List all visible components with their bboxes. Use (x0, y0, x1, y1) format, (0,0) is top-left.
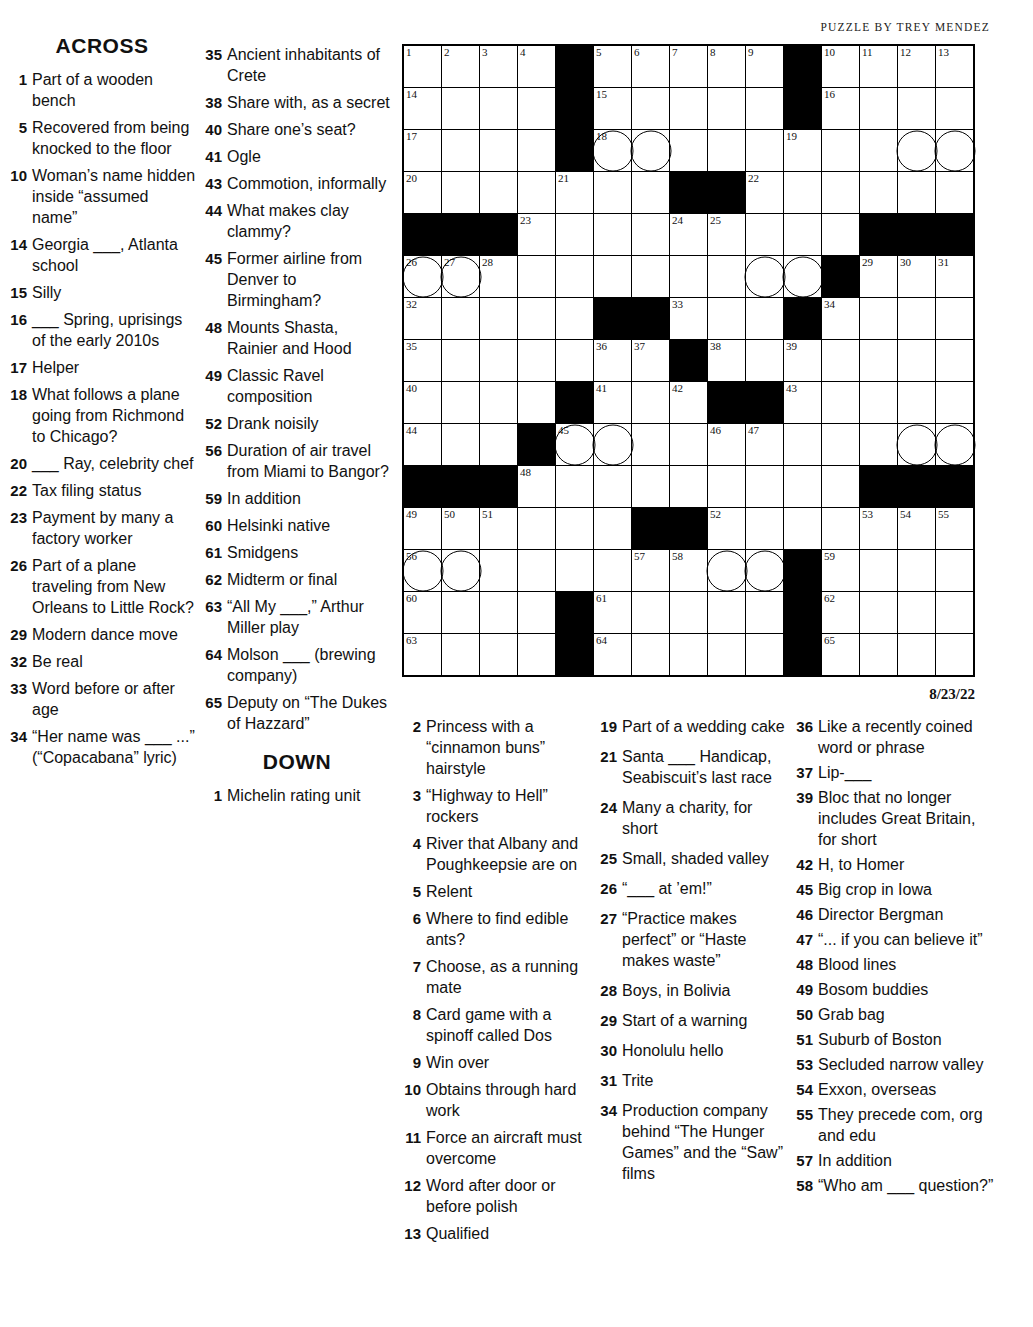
clue-text: Classic Ravel composition (227, 365, 391, 407)
grid-cell[interactable]: 62 (822, 592, 859, 633)
clue-number: 41 (203, 146, 227, 167)
cell-number: 12 (900, 46, 911, 59)
clue-text: Ancient inhabitants of Crete (227, 44, 391, 86)
grid-cell[interactable] (632, 256, 669, 297)
clue-number: 45 (794, 879, 818, 900)
circled-cell[interactable]: 18 (594, 130, 631, 171)
circled-cell[interactable] (708, 550, 745, 591)
grid-cell[interactable] (860, 172, 897, 213)
clue-number: 22 (8, 480, 32, 501)
grid-cell[interactable] (822, 340, 859, 381)
grid-cell[interactable] (556, 550, 593, 591)
cell-number: 54 (900, 508, 911, 521)
grid-cell[interactable] (518, 172, 555, 213)
clue-item: 60Helsinki native (203, 515, 391, 536)
grid-cell[interactable] (822, 508, 859, 549)
grid-cell[interactable] (784, 508, 821, 549)
clue-number: 54 (794, 1079, 818, 1100)
grid-cell[interactable]: 11 (860, 46, 897, 87)
grid-cell[interactable]: 30 (898, 256, 935, 297)
circled-cell[interactable] (746, 550, 783, 591)
grid-cell[interactable] (556, 256, 593, 297)
black-square (784, 634, 821, 675)
grid-cell[interactable] (746, 130, 783, 171)
grid-cell[interactable]: 15 (594, 88, 631, 129)
cell-number: 23 (520, 214, 531, 227)
grid-cell[interactable]: 7 (670, 46, 707, 87)
grid-cell[interactable] (898, 340, 935, 381)
grid-cell[interactable]: 6 (632, 46, 669, 87)
down-clues-col3: 19Part of a wedding cake21Santa ___ Hand… (598, 716, 792, 1184)
clue-number: 30 (598, 1040, 622, 1061)
grid-cell[interactable] (936, 550, 973, 591)
black-square (822, 256, 859, 297)
grid-cell[interactable] (898, 298, 935, 339)
black-square (442, 466, 479, 507)
cell-number: 17 (406, 130, 417, 143)
grid-cell[interactable] (480, 382, 517, 423)
clue-text: Grab bag (818, 1004, 994, 1025)
cell-number: 51 (482, 508, 493, 521)
grid-cell[interactable]: 58 (670, 550, 707, 591)
grid-cell[interactable] (442, 424, 479, 465)
grid-cell[interactable] (670, 88, 707, 129)
grid-cell[interactable]: 38 (708, 340, 745, 381)
grid-cell[interactable]: 21 (556, 172, 593, 213)
grid-cell[interactable] (822, 424, 859, 465)
clue-item: 4River that Albany and Poughkeepsie are … (402, 833, 594, 875)
clue-number: 53 (794, 1054, 818, 1075)
clue-text: Deputy on “The Dukes of Hazzard” (227, 692, 391, 734)
grid-cell[interactable] (594, 550, 631, 591)
clue-item: 56Duration of air travel from Miami to B… (203, 440, 391, 482)
grid-cell[interactable] (936, 382, 973, 423)
grid-cell[interactable]: 20 (404, 172, 441, 213)
grid-cell[interactable]: 17 (404, 130, 441, 171)
grid-cell[interactable] (556, 508, 593, 549)
grid-cell[interactable] (746, 88, 783, 129)
grid-cell[interactable] (556, 214, 593, 255)
grid-cell[interactable] (936, 298, 973, 339)
clue-item: 1Part of a wooden bench (8, 69, 196, 111)
cell-number: 44 (406, 424, 417, 437)
clue-text: Be real (32, 651, 196, 672)
clue-item: 51Suburb of Boston (794, 1029, 994, 1050)
grid-cell[interactable]: 41 (594, 382, 631, 423)
grid-cell[interactable] (784, 424, 821, 465)
clue-text: Former airline from Denver to Birmingham… (227, 248, 391, 311)
grid-cell[interactable] (480, 634, 517, 675)
cell-number: 20 (406, 172, 417, 185)
grid-cell[interactable] (480, 424, 517, 465)
grid-cell[interactable] (442, 382, 479, 423)
grid-cell[interactable] (670, 130, 707, 171)
grid-cell[interactable]: 9 (746, 46, 783, 87)
grid-cell[interactable] (632, 634, 669, 675)
grid-cell[interactable]: 64 (594, 634, 631, 675)
grid-cell[interactable]: 34 (822, 298, 859, 339)
circled-cell[interactable] (632, 130, 669, 171)
clue-item: 15Silly (8, 282, 196, 303)
down-clues-col2: 2Princess with a “cinnamon buns” hairsty… (402, 716, 594, 1244)
grid-cell[interactable] (442, 172, 479, 213)
clue-number: 40 (203, 119, 227, 140)
grid-cell[interactable]: 53 (860, 508, 897, 549)
grid-cell[interactable] (746, 214, 783, 255)
clue-number: 58 (794, 1175, 818, 1196)
cell-number: 57 (634, 550, 645, 563)
clue-number: 61 (203, 542, 227, 563)
clue-number: 52 (203, 413, 227, 434)
grid-cell[interactable] (708, 88, 745, 129)
grid-cell[interactable]: 8 (708, 46, 745, 87)
clue-item: 18What follows a plane going from Richmo… (8, 384, 196, 447)
clue-item: 30Honolulu hello (598, 1040, 792, 1061)
grid-cell[interactable] (594, 256, 631, 297)
clue-item: 52Drank noisily (203, 413, 391, 434)
grid-cell[interactable] (480, 298, 517, 339)
grid-cell[interactable] (670, 256, 707, 297)
grid-cell[interactable]: 63 (404, 634, 441, 675)
grid-cell[interactable]: 2 (442, 46, 479, 87)
grid-cell[interactable] (708, 298, 745, 339)
grid-cell[interactable]: 49 (404, 508, 441, 549)
grid-cell[interactable] (632, 466, 669, 507)
grid-cell[interactable]: 35 (404, 340, 441, 381)
grid-cell[interactable]: 19 (784, 130, 821, 171)
grid-cell[interactable] (442, 634, 479, 675)
grid-cell[interactable] (784, 466, 821, 507)
grid-cell[interactable]: 16 (822, 88, 859, 129)
cell-number: 11 (862, 46, 873, 59)
clue-item: 31Trite (598, 1070, 792, 1091)
grid-cell[interactable] (936, 340, 973, 381)
grid-cell[interactable] (518, 592, 555, 633)
circled-cell[interactable] (442, 550, 479, 591)
grid-cell[interactable]: 25 (708, 214, 745, 255)
clue-item: 44What makes clay clammy? (203, 200, 391, 242)
grid-cell[interactable]: 23 (518, 214, 555, 255)
clue-number: 48 (794, 954, 818, 975)
clue-item: 17Helper (8, 357, 196, 378)
grid-cell[interactable] (860, 88, 897, 129)
clue-text: “Her name was ___ ...” (“Copacabana” lyr… (32, 726, 196, 768)
black-square (708, 382, 745, 423)
grid-cell[interactable] (898, 592, 935, 633)
grid-cell[interactable] (442, 340, 479, 381)
clue-number: 35 (203, 44, 227, 86)
grid-cell[interactable] (480, 340, 517, 381)
grid-cell[interactable] (708, 466, 745, 507)
cell-number: 6 (634, 46, 640, 59)
cell-number: 55 (938, 508, 949, 521)
clue-number: 20 (8, 453, 32, 474)
grid-cell[interactable]: 50 (442, 508, 479, 549)
grid-cell[interactable] (860, 592, 897, 633)
grid-cell[interactable]: 60 (404, 592, 441, 633)
grid-cell[interactable]: 39 (784, 340, 821, 381)
grid-cell[interactable]: 54 (898, 508, 935, 549)
grid-cell[interactable]: 33 (670, 298, 707, 339)
grid-cell[interactable] (594, 214, 631, 255)
clue-number: 49 (794, 979, 818, 1000)
grid-cell[interactable] (670, 634, 707, 675)
clue-item: 35Ancient inhabitants of Crete (203, 44, 391, 86)
grid-cell[interactable]: 46 (708, 424, 745, 465)
grid-cell[interactable]: 32 (404, 298, 441, 339)
clue-text: Princess with a “cinnamon buns” hairstyl… (426, 716, 594, 779)
grid-cell[interactable]: 29 (860, 256, 897, 297)
grid-cell[interactable] (898, 382, 935, 423)
grid-cell[interactable] (746, 634, 783, 675)
grid-cell[interactable] (442, 88, 479, 129)
grid-cell[interactable] (442, 592, 479, 633)
clue-text: Qualified (426, 1223, 594, 1244)
grid-cell[interactable] (860, 130, 897, 171)
grid-cell[interactable]: 31 (936, 256, 973, 297)
grid-cell[interactable] (632, 88, 669, 129)
black-square (518, 424, 555, 465)
grid-cell[interactable] (708, 130, 745, 171)
grid-cell[interactable]: 3 (480, 46, 517, 87)
clue-item: 26Part of a plane traveling from New Orl… (8, 555, 196, 618)
circled-cell[interactable] (898, 130, 935, 171)
grid-cell[interactable]: 28 (480, 256, 517, 297)
grid-cell[interactable] (442, 298, 479, 339)
cell-number: 21 (558, 172, 569, 185)
circled-cell[interactable]: 26 (404, 256, 441, 297)
grid-cell[interactable]: 48 (518, 466, 555, 507)
cell-number: 29 (862, 256, 873, 269)
cell-number: 40 (406, 382, 417, 395)
grid-cell[interactable] (936, 592, 973, 633)
clue-item: 3“Highway to Hell” rockers (402, 785, 594, 827)
clue-number: 13 (402, 1223, 426, 1244)
clue-item: 21Santa ___ Handicap, Seabiscuit’s last … (598, 746, 792, 788)
clue-text: ___ Ray, celebrity chef (32, 453, 196, 474)
grid-cell[interactable] (746, 340, 783, 381)
clue-text: Exxon, overseas (818, 1079, 994, 1100)
clue-item: 54Exxon, overseas (794, 1079, 994, 1100)
grid-cell[interactable] (518, 382, 555, 423)
grid-cell[interactable]: 10 (822, 46, 859, 87)
grid-cell[interactable]: 61 (594, 592, 631, 633)
grid-cell[interactable] (594, 172, 631, 213)
grid-cell[interactable] (822, 172, 859, 213)
cell-number: 28 (482, 256, 493, 269)
grid-cell[interactable] (860, 550, 897, 591)
grid-cell[interactable] (442, 130, 479, 171)
clue-number: 1 (8, 69, 32, 111)
grid-cell[interactable] (822, 214, 859, 255)
cell-number: 42 (672, 382, 683, 395)
clue-item: 6Where to find edible ants? (402, 908, 594, 950)
grid-cell[interactable] (708, 634, 745, 675)
grid-cell[interactable] (860, 340, 897, 381)
grid-cell[interactable] (480, 592, 517, 633)
grid-cell[interactable]: 47 (746, 424, 783, 465)
grid-cell[interactable] (480, 172, 517, 213)
grid-cell[interactable] (822, 382, 859, 423)
grid-cell[interactable] (518, 88, 555, 129)
grid-cell[interactable]: 40 (404, 382, 441, 423)
grid-cell[interactable]: 65 (822, 634, 859, 675)
grid-cell[interactable]: 52 (708, 508, 745, 549)
grid-cell[interactable] (860, 298, 897, 339)
clue-text: Recovered from being knocked to the floo… (32, 117, 196, 159)
grid-cell[interactable] (746, 466, 783, 507)
circled-cell[interactable] (746, 256, 783, 297)
grid-cell[interactable] (746, 508, 783, 549)
grid-cell[interactable]: 4 (518, 46, 555, 87)
grid-cell[interactable] (898, 172, 935, 213)
cell-number: 43 (786, 382, 797, 395)
clue-item: 5Relent (402, 881, 594, 902)
grid-cell[interactable] (518, 508, 555, 549)
grid-cell[interactable] (860, 634, 897, 675)
grid-cell[interactable] (746, 298, 783, 339)
clue-number: 48 (203, 317, 227, 359)
grid-cell[interactable]: 12 (898, 46, 935, 87)
grid-cell[interactable] (936, 88, 973, 129)
grid-cell[interactable] (480, 88, 517, 129)
cell-number: 24 (672, 214, 683, 227)
grid-cell[interactable] (632, 592, 669, 633)
clue-number: 64 (203, 644, 227, 686)
grid-cell[interactable]: 43 (784, 382, 821, 423)
grid-cell[interactable]: 44 (404, 424, 441, 465)
clue-item: 57In addition (794, 1150, 994, 1171)
black-square (556, 634, 593, 675)
grid-cell[interactable]: 24 (670, 214, 707, 255)
circled-cell[interactable] (784, 256, 821, 297)
clue-number: 18 (8, 384, 32, 447)
cell-number: 10 (824, 46, 835, 59)
clue-item: 5Recovered from being knocked to the flo… (8, 117, 196, 159)
clue-number: 34 (598, 1100, 622, 1184)
clue-number: 46 (794, 904, 818, 925)
grid-cell[interactable] (936, 172, 973, 213)
circled-cell[interactable] (898, 424, 935, 465)
grid-cell[interactable] (480, 130, 517, 171)
grid-cell[interactable] (670, 592, 707, 633)
clue-item: 10Woman’s name hidden inside “assumed na… (8, 165, 196, 228)
grid-cell[interactable] (822, 130, 859, 171)
grid-cell[interactable] (518, 130, 555, 171)
clue-item: 27“Practice makes perfect” or “Haste mak… (598, 908, 792, 971)
clue-number: 27 (598, 908, 622, 971)
grid-cell[interactable] (632, 424, 669, 465)
grid-cell[interactable] (898, 634, 935, 675)
clue-text: Michelin rating unit (227, 785, 391, 806)
clue-item: 8Card game with a spinoff called Dos (402, 1004, 594, 1046)
clue-item: 38Share with, as a secret (203, 92, 391, 113)
clue-text: Blood lines (818, 954, 994, 975)
grid-cell[interactable]: 42 (670, 382, 707, 423)
circled-cell[interactable] (594, 424, 631, 465)
clue-column-4: 19Part of a wedding cake21Santa ___ Hand… (598, 716, 792, 1193)
grid-cell[interactable]: 36 (594, 340, 631, 381)
clue-text: In addition (818, 1150, 994, 1171)
grid-cell[interactable] (518, 298, 555, 339)
grid-cell[interactable]: 13 (936, 46, 973, 87)
circled-cell[interactable]: 45 (556, 424, 593, 465)
grid-cell[interactable]: 22 (746, 172, 783, 213)
grid-cell[interactable]: 51 (480, 508, 517, 549)
clue-number: 23 (8, 507, 32, 549)
grid-cell[interactable]: 57 (632, 550, 669, 591)
grid-cell[interactable] (518, 256, 555, 297)
clue-column-2: 35Ancient inhabitants of Crete38Share wi… (203, 44, 391, 812)
clue-column-3: 2Princess with a “cinnamon buns” hairsty… (402, 716, 594, 1250)
grid-cell[interactable] (936, 634, 973, 675)
grid-cell[interactable]: 37 (632, 340, 669, 381)
clue-number: 6 (402, 908, 426, 950)
black-square (860, 466, 897, 507)
black-square (556, 46, 593, 87)
grid-cell[interactable] (556, 466, 593, 507)
black-square (670, 508, 707, 549)
clue-item: 48Blood lines (794, 954, 994, 975)
clue-item: 62Midterm or final (203, 569, 391, 590)
grid-cell[interactable]: 14 (404, 88, 441, 129)
grid-cell[interactable] (670, 466, 707, 507)
circled-cell[interactable]: 27 (442, 256, 479, 297)
grid-cell[interactable] (556, 298, 593, 339)
grid-cell[interactable]: 5 (594, 46, 631, 87)
grid-cell[interactable] (708, 592, 745, 633)
grid-cell[interactable] (860, 424, 897, 465)
grid-cell[interactable] (746, 592, 783, 633)
grid-cell[interactable] (822, 466, 859, 507)
clue-number: 7 (402, 956, 426, 998)
grid-cell[interactable] (898, 550, 935, 591)
cell-number: 30 (900, 256, 911, 269)
circled-cell[interactable] (936, 424, 973, 465)
grid-cell[interactable] (518, 340, 555, 381)
grid-cell[interactable] (594, 466, 631, 507)
clue-item: 20___ Ray, celebrity chef (8, 453, 196, 474)
grid-cell[interactable] (708, 256, 745, 297)
cell-number: 5 (596, 46, 602, 59)
grid-cell[interactable]: 1 (404, 46, 441, 87)
grid-cell[interactable] (632, 382, 669, 423)
circled-cell[interactable]: 56 (404, 550, 441, 591)
grid-cell[interactable] (898, 88, 935, 129)
clue-text: Tax filing status (32, 480, 196, 501)
grid-cell[interactable]: 59 (822, 550, 859, 591)
grid-cell[interactable]: 55 (936, 508, 973, 549)
grid-cell[interactable] (632, 172, 669, 213)
grid-cell[interactable] (594, 508, 631, 549)
clue-text: They precede com, org and edu (818, 1104, 994, 1146)
grid-cell[interactable] (518, 634, 555, 675)
grid-cell[interactable] (784, 214, 821, 255)
grid-cell[interactable] (860, 382, 897, 423)
cell-number: 38 (710, 340, 721, 353)
grid-cell[interactable] (784, 172, 821, 213)
black-square (670, 172, 707, 213)
circled-cell[interactable] (936, 130, 973, 171)
grid-cell[interactable] (670, 424, 707, 465)
grid-cell[interactable] (556, 340, 593, 381)
grid-cell[interactable] (518, 550, 555, 591)
clue-text: Part of a plane traveling from New Orlea… (32, 555, 196, 618)
grid-cell[interactable] (632, 214, 669, 255)
grid-cell[interactable] (480, 550, 517, 591)
clue-item: 45Former airline from Denver to Birmingh… (203, 248, 391, 311)
clue-item: 10Obtains through hard work (402, 1079, 594, 1121)
